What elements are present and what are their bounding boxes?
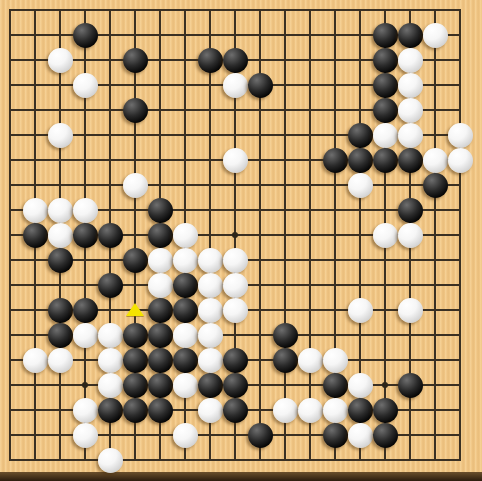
- stone-black: [123, 373, 148, 398]
- stone-black: [223, 398, 248, 423]
- stone-black: [48, 248, 73, 273]
- stone-white: [298, 348, 323, 373]
- stone-black: [123, 323, 148, 348]
- stone-black: [198, 373, 223, 398]
- stone-white: [23, 198, 48, 223]
- star-point: [382, 382, 388, 388]
- stone-white: [48, 48, 73, 73]
- stone-black: [373, 423, 398, 448]
- grid-line-vertical: [434, 9, 436, 461]
- stone-white: [298, 398, 323, 423]
- stone-black: [348, 398, 373, 423]
- stone-white: [198, 323, 223, 348]
- stone-white: [223, 273, 248, 298]
- stone-black: [398, 198, 423, 223]
- stone-black: [73, 23, 98, 48]
- stone-white: [323, 348, 348, 373]
- stone-black: [148, 348, 173, 373]
- stone-black: [148, 323, 173, 348]
- stone-black: [173, 273, 198, 298]
- stone-black: [248, 423, 273, 448]
- stone-white: [423, 23, 448, 48]
- stone-white: [448, 148, 473, 173]
- stone-white: [223, 73, 248, 98]
- stone-white: [173, 423, 198, 448]
- stone-black: [198, 48, 223, 73]
- stone-black: [123, 398, 148, 423]
- stone-white: [323, 398, 348, 423]
- stone-black: [173, 298, 198, 323]
- stone-white: [73, 398, 98, 423]
- stone-black: [73, 298, 98, 323]
- grid-line-vertical: [284, 9, 286, 461]
- stone-white: [348, 298, 373, 323]
- stone-black: [373, 23, 398, 48]
- stone-black: [98, 223, 123, 248]
- stone-white: [173, 323, 198, 348]
- stone-black: [73, 223, 98, 248]
- stone-white: [173, 223, 198, 248]
- stone-white: [148, 273, 173, 298]
- go-board[interactable]: [0, 0, 482, 481]
- stone-black: [148, 398, 173, 423]
- stone-white: [98, 448, 123, 473]
- stone-white: [48, 123, 73, 148]
- last-move-triangle-marker: [126, 303, 144, 316]
- stone-white: [148, 248, 173, 273]
- stone-white: [223, 148, 248, 173]
- stone-black: [148, 198, 173, 223]
- stone-white: [398, 123, 423, 148]
- star-point: [232, 232, 238, 238]
- stone-white: [348, 373, 373, 398]
- stone-white: [198, 398, 223, 423]
- stone-black: [323, 148, 348, 173]
- stone-black: [148, 373, 173, 398]
- stone-white: [98, 323, 123, 348]
- stone-white: [98, 373, 123, 398]
- board-bottom-edge: [0, 472, 482, 481]
- stone-white: [398, 73, 423, 98]
- stone-black: [23, 223, 48, 248]
- stone-white: [398, 223, 423, 248]
- stone-white: [198, 273, 223, 298]
- stone-white: [273, 398, 298, 423]
- stone-white: [223, 248, 248, 273]
- stone-white: [173, 248, 198, 273]
- stone-white: [223, 298, 248, 323]
- stone-black: [223, 48, 248, 73]
- stone-black: [373, 48, 398, 73]
- stone-black: [373, 148, 398, 173]
- stone-white: [73, 198, 98, 223]
- stone-black: [123, 98, 148, 123]
- stone-white: [73, 423, 98, 448]
- stone-white: [48, 198, 73, 223]
- stone-white: [123, 173, 148, 198]
- stone-black: [323, 373, 348, 398]
- grid-line-vertical: [309, 9, 311, 461]
- stone-black: [423, 173, 448, 198]
- stone-black: [123, 48, 148, 73]
- stone-black: [223, 348, 248, 373]
- stone-black: [373, 73, 398, 98]
- stone-black: [348, 123, 373, 148]
- stone-black: [123, 248, 148, 273]
- stone-black: [173, 348, 198, 373]
- stone-white: [348, 173, 373, 198]
- stone-white: [398, 48, 423, 73]
- stone-black: [273, 348, 298, 373]
- stone-black: [48, 298, 73, 323]
- stone-black: [48, 323, 73, 348]
- stone-black: [148, 223, 173, 248]
- stone-white: [48, 348, 73, 373]
- stone-white: [48, 223, 73, 248]
- stone-white: [448, 123, 473, 148]
- stone-black: [398, 373, 423, 398]
- stone-black: [373, 398, 398, 423]
- stone-black: [323, 423, 348, 448]
- stone-white: [198, 298, 223, 323]
- grid-line-horizontal: [9, 459, 461, 461]
- grid-line-vertical: [459, 9, 461, 461]
- stone-black: [98, 273, 123, 298]
- stone-black: [398, 23, 423, 48]
- stone-black: [248, 73, 273, 98]
- stone-white: [373, 123, 398, 148]
- stone-black: [273, 323, 298, 348]
- stone-white: [398, 298, 423, 323]
- stone-black: [148, 298, 173, 323]
- stone-white: [73, 73, 98, 98]
- stone-white: [23, 348, 48, 373]
- stone-white: [348, 423, 373, 448]
- stone-white: [198, 248, 223, 273]
- stone-black: [348, 148, 373, 173]
- stone-white: [398, 98, 423, 123]
- stone-black: [373, 98, 398, 123]
- stone-white: [423, 148, 448, 173]
- stone-white: [198, 348, 223, 373]
- stone-white: [373, 223, 398, 248]
- stone-white: [173, 373, 198, 398]
- stone-white: [98, 348, 123, 373]
- stone-black: [98, 398, 123, 423]
- stone-black: [398, 148, 423, 173]
- star-point: [82, 382, 88, 388]
- stone-black: [223, 373, 248, 398]
- stone-white: [73, 323, 98, 348]
- stone-black: [123, 348, 148, 373]
